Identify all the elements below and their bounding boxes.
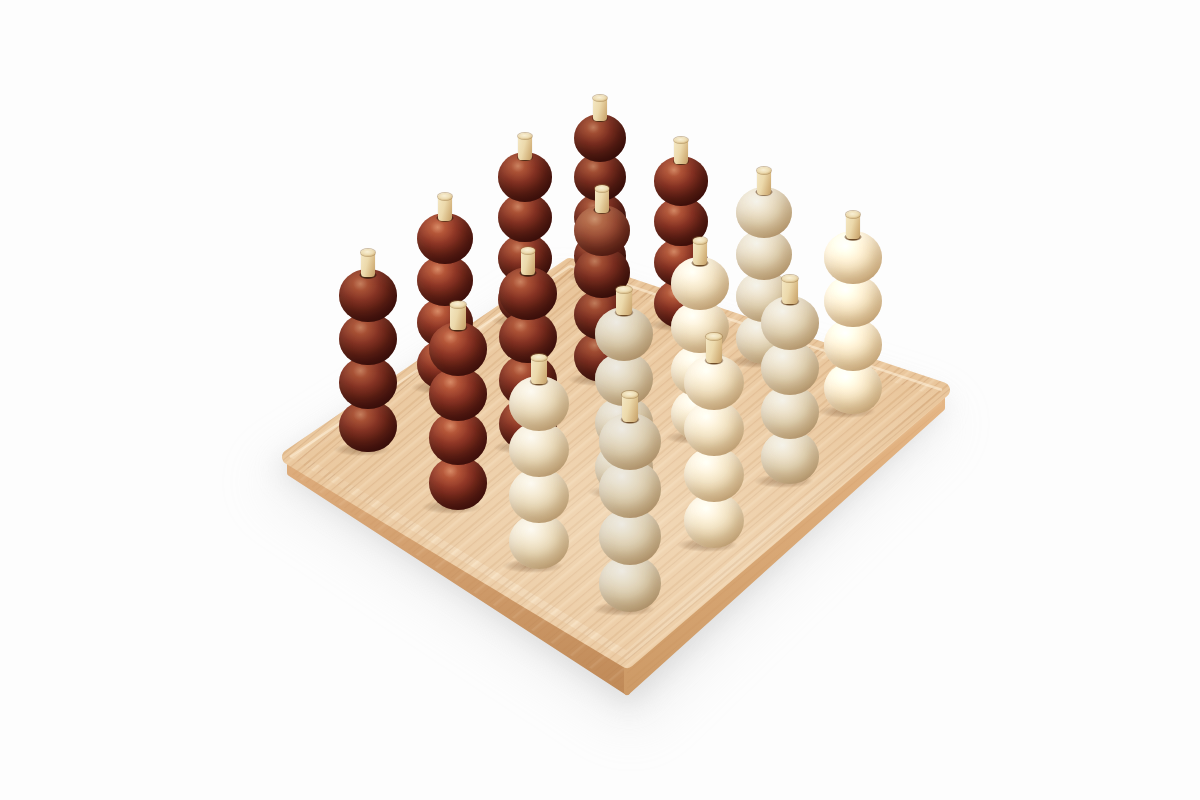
- peg-tip-cap: [782, 275, 797, 282]
- scene: [0, 0, 1200, 800]
- peg-tip-cap: [521, 247, 536, 254]
- peg-stack-r3c2[interactable]: [509, 355, 570, 569]
- peg-stacks: [0, 0, 1200, 800]
- peg-tip-cap: [693, 237, 708, 244]
- peg-stack-r3c1[interactable]: [429, 302, 488, 510]
- peg-stack-r3c3[interactable]: [599, 392, 661, 612]
- peg-tip-cap: [616, 286, 631, 293]
- peg-tip-cap: [361, 249, 376, 256]
- peg-stack-r0c3[interactable]: [824, 212, 881, 414]
- peg-tip-cap: [531, 354, 547, 361]
- peg-tip-cap: [846, 211, 861, 218]
- peg-stack-r1c3[interactable]: [761, 276, 820, 484]
- peg-stack-r2c3[interactable]: [684, 334, 745, 548]
- peg-tip-cap: [706, 333, 722, 340]
- peg-tip-cap: [450, 301, 465, 308]
- peg-tip-cap: [593, 95, 607, 101]
- peg-tip-cap: [757, 167, 771, 174]
- peg-tip-cap: [438, 193, 452, 200]
- peg-stack-r3c0[interactable]: [339, 250, 396, 452]
- peg-tip-cap: [595, 185, 609, 192]
